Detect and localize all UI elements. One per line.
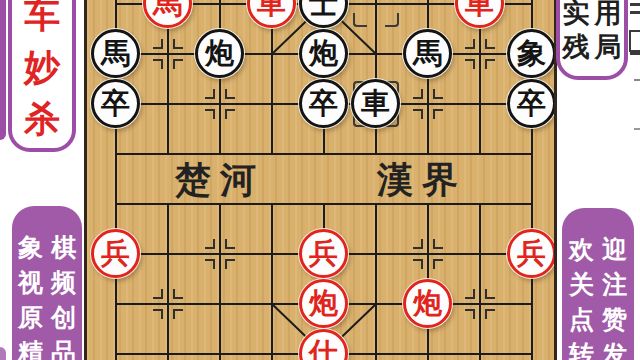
piece-red-soldier[interactable]: 兵 (299, 229, 348, 278)
clipped-caption-fragment (629, 30, 640, 52)
clipped-caption-fragment (630, 52, 640, 55)
piece-red-cannon[interactable]: 炮 (403, 279, 452, 328)
subscribe-badge-char: 注 (602, 271, 628, 297)
channel-badge-char: 精 (18, 339, 44, 360)
piece-red-soldier[interactable]: 兵 (507, 229, 556, 278)
piece-black-horse[interactable]: 馬 (91, 29, 140, 78)
puzzle-title-char: 杀 (23, 100, 61, 138)
subscribe-badge-char: 发 (602, 341, 628, 360)
video-frame: 楚 河 漢 界 馬車士車馬炮炮馬象卒卒車卒兵兵兵炮炮仕 车妙杀 实用残局 象棋视… (0, 0, 640, 360)
piece-black-chariot[interactable]: 車 (351, 79, 400, 128)
clipped-offscreen-badge-top-left (0, 0, 6, 140)
piece-black-soldier[interactable]: 卒 (299, 79, 348, 128)
subscribe-badge-char: 欢 (569, 236, 595, 262)
channel-badge-char: 品 (51, 339, 77, 360)
category-char: 用 (593, 0, 623, 28)
channel-badge-char: 视 (18, 269, 44, 295)
clipped-offscreen-badge-bottom-left (0, 347, 6, 360)
clipped-caption-fragment (634, 128, 640, 130)
clipped-caption-fragment (634, 79, 640, 81)
puzzle-title-box: 车妙杀 (8, 0, 76, 152)
river-label-right: 漢 界 (377, 158, 458, 202)
channel-badge-char: 棋 (51, 234, 77, 260)
piece-black-soldier[interactable]: 卒 (91, 79, 140, 128)
channel-badge-char: 原 (18, 304, 44, 330)
subscribe-badge-char: 点 (569, 306, 595, 332)
piece-black-horse[interactable]: 馬 (403, 29, 452, 78)
subscribe-badge-char: 迎 (602, 236, 628, 262)
category-char: 实 (561, 0, 591, 28)
subscribe-badge-char: 关 (569, 271, 595, 297)
subscribe-badge-char: 赞 (602, 306, 628, 332)
clipped-caption-fragment (630, 3, 640, 6)
puzzle-title-char: 妙 (23, 48, 61, 86)
piece-black-cannon[interactable]: 炮 (195, 29, 244, 78)
category-char: 局 (593, 32, 623, 62)
clipped-caption-fragment (630, 11, 640, 14)
puzzle-title-char: 车 (23, 0, 61, 34)
last-move-origin-marker (353, 0, 399, 27)
subscribe-badge-char: 转 (569, 341, 595, 360)
channel-badge: 象棋视频原创精品 (12, 206, 82, 360)
piece-black-soldier[interactable]: 卒 (507, 79, 556, 128)
river-label-left: 楚 河 (175, 158, 256, 202)
channel-badge-char: 创 (51, 304, 77, 330)
subscribe-badge: 欢迎关注点赞转发 (562, 208, 634, 360)
category-box: 实用残局 (556, 0, 628, 80)
category-char: 残 (561, 32, 591, 62)
piece-red-soldier[interactable]: 兵 (91, 229, 140, 278)
piece-black-cannon[interactable]: 炮 (299, 29, 348, 78)
xiangqi-board: 楚 河 漢 界 馬車士車馬炮炮馬象卒卒車卒兵兵兵炮炮仕 (84, 0, 557, 360)
channel-badge-char: 象 (18, 234, 44, 260)
piece-black-elephant[interactable]: 象 (507, 29, 556, 78)
piece-red-cannon[interactable]: 炮 (299, 279, 348, 328)
channel-badge-char: 频 (51, 269, 77, 295)
